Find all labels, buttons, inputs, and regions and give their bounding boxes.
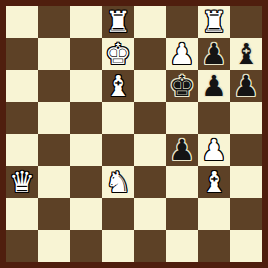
square-e3[interactable]: [134, 166, 166, 198]
square-c2[interactable]: [70, 198, 102, 230]
square-b1[interactable]: [38, 230, 70, 262]
square-a4[interactable]: [6, 134, 38, 166]
square-c4[interactable]: [70, 134, 102, 166]
square-b8[interactable]: [38, 6, 70, 38]
square-a6[interactable]: [6, 70, 38, 102]
black-bishop: ♝: [233, 38, 259, 70]
square-b7[interactable]: [38, 38, 70, 70]
square-c8[interactable]: [70, 6, 102, 38]
square-f6[interactable]: ♚: [166, 70, 198, 102]
square-b5[interactable]: [38, 102, 70, 134]
square-h8[interactable]: [230, 6, 262, 38]
black-pawn: ♟: [233, 70, 259, 102]
square-g2[interactable]: [198, 198, 230, 230]
square-d4[interactable]: [102, 134, 134, 166]
square-f1[interactable]: [166, 230, 198, 262]
square-f5[interactable]: [166, 102, 198, 134]
square-d3[interactable]: ♞: [102, 166, 134, 198]
square-a5[interactable]: [6, 102, 38, 134]
square-a8[interactable]: [6, 6, 38, 38]
square-h3[interactable]: [230, 166, 262, 198]
square-d1[interactable]: [102, 230, 134, 262]
square-d5[interactable]: [102, 102, 134, 134]
square-c6[interactable]: [70, 70, 102, 102]
square-h5[interactable]: [230, 102, 262, 134]
black-pawn: ♟: [169, 134, 195, 166]
square-f4[interactable]: ♟: [166, 134, 198, 166]
square-d2[interactable]: [102, 198, 134, 230]
white-rook: ♜: [105, 6, 131, 38]
square-b6[interactable]: [38, 70, 70, 102]
square-e6[interactable]: [134, 70, 166, 102]
square-d6[interactable]: ♝: [102, 70, 134, 102]
black-king: ♚: [169, 70, 195, 102]
white-pawn: ♟: [201, 134, 227, 166]
square-e5[interactable]: [134, 102, 166, 134]
square-b3[interactable]: [38, 166, 70, 198]
square-e8[interactable]: [134, 6, 166, 38]
white-knight: ♞: [105, 166, 131, 198]
square-c1[interactable]: [70, 230, 102, 262]
square-f7[interactable]: ♟: [166, 38, 198, 70]
square-g4[interactable]: ♟: [198, 134, 230, 166]
square-e7[interactable]: [134, 38, 166, 70]
square-b4[interactable]: [38, 134, 70, 166]
square-h2[interactable]: [230, 198, 262, 230]
white-queen: ♛: [9, 166, 35, 198]
square-g1[interactable]: [198, 230, 230, 262]
square-a1[interactable]: [6, 230, 38, 262]
square-e1[interactable]: [134, 230, 166, 262]
white-bishop: ♝: [201, 166, 227, 198]
square-h1[interactable]: [230, 230, 262, 262]
chess-board: ♜♜♚♟♟♝♝♚♟♟♟♟♛♞♝: [6, 6, 262, 262]
square-a3[interactable]: ♛: [6, 166, 38, 198]
square-f8[interactable]: [166, 6, 198, 38]
white-pawn: ♟: [169, 38, 195, 70]
square-f2[interactable]: [166, 198, 198, 230]
chess-board-frame: ♜♜♚♟♟♝♝♚♟♟♟♟♛♞♝: [0, 0, 268, 268]
square-g8[interactable]: ♜: [198, 6, 230, 38]
square-h4[interactable]: [230, 134, 262, 166]
square-c7[interactable]: [70, 38, 102, 70]
square-c5[interactable]: [70, 102, 102, 134]
square-e4[interactable]: [134, 134, 166, 166]
white-king: ♚: [105, 38, 131, 70]
square-a7[interactable]: [6, 38, 38, 70]
white-bishop: ♝: [105, 70, 131, 102]
square-e2[interactable]: [134, 198, 166, 230]
square-g5[interactable]: [198, 102, 230, 134]
white-rook: ♜: [201, 6, 227, 38]
black-pawn: ♟: [201, 38, 227, 70]
square-a2[interactable]: [6, 198, 38, 230]
square-h7[interactable]: ♝: [230, 38, 262, 70]
square-f3[interactable]: [166, 166, 198, 198]
square-d8[interactable]: ♜: [102, 6, 134, 38]
square-d7[interactable]: ♚: [102, 38, 134, 70]
square-g6[interactable]: ♟: [198, 70, 230, 102]
square-h6[interactable]: ♟: [230, 70, 262, 102]
black-pawn: ♟: [201, 70, 227, 102]
square-b2[interactable]: [38, 198, 70, 230]
square-c3[interactable]: [70, 166, 102, 198]
square-g7[interactable]: ♟: [198, 38, 230, 70]
square-g3[interactable]: ♝: [198, 166, 230, 198]
